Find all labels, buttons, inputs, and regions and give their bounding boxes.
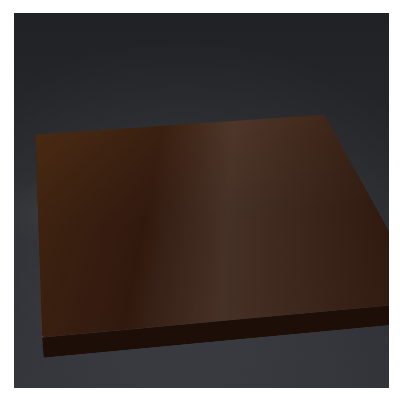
cutting-board xyxy=(36,115,389,338)
studio-backdrop xyxy=(14,13,389,388)
photo-frame xyxy=(0,0,400,400)
board-top-surface xyxy=(36,115,389,338)
perspective-scene xyxy=(14,13,389,388)
